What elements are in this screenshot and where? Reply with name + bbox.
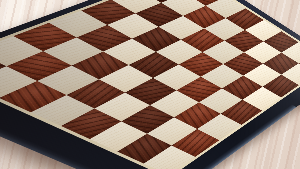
chess-board bbox=[0, 0, 300, 169]
table-surface bbox=[0, 0, 300, 169]
board-squares-grid bbox=[0, 0, 300, 169]
